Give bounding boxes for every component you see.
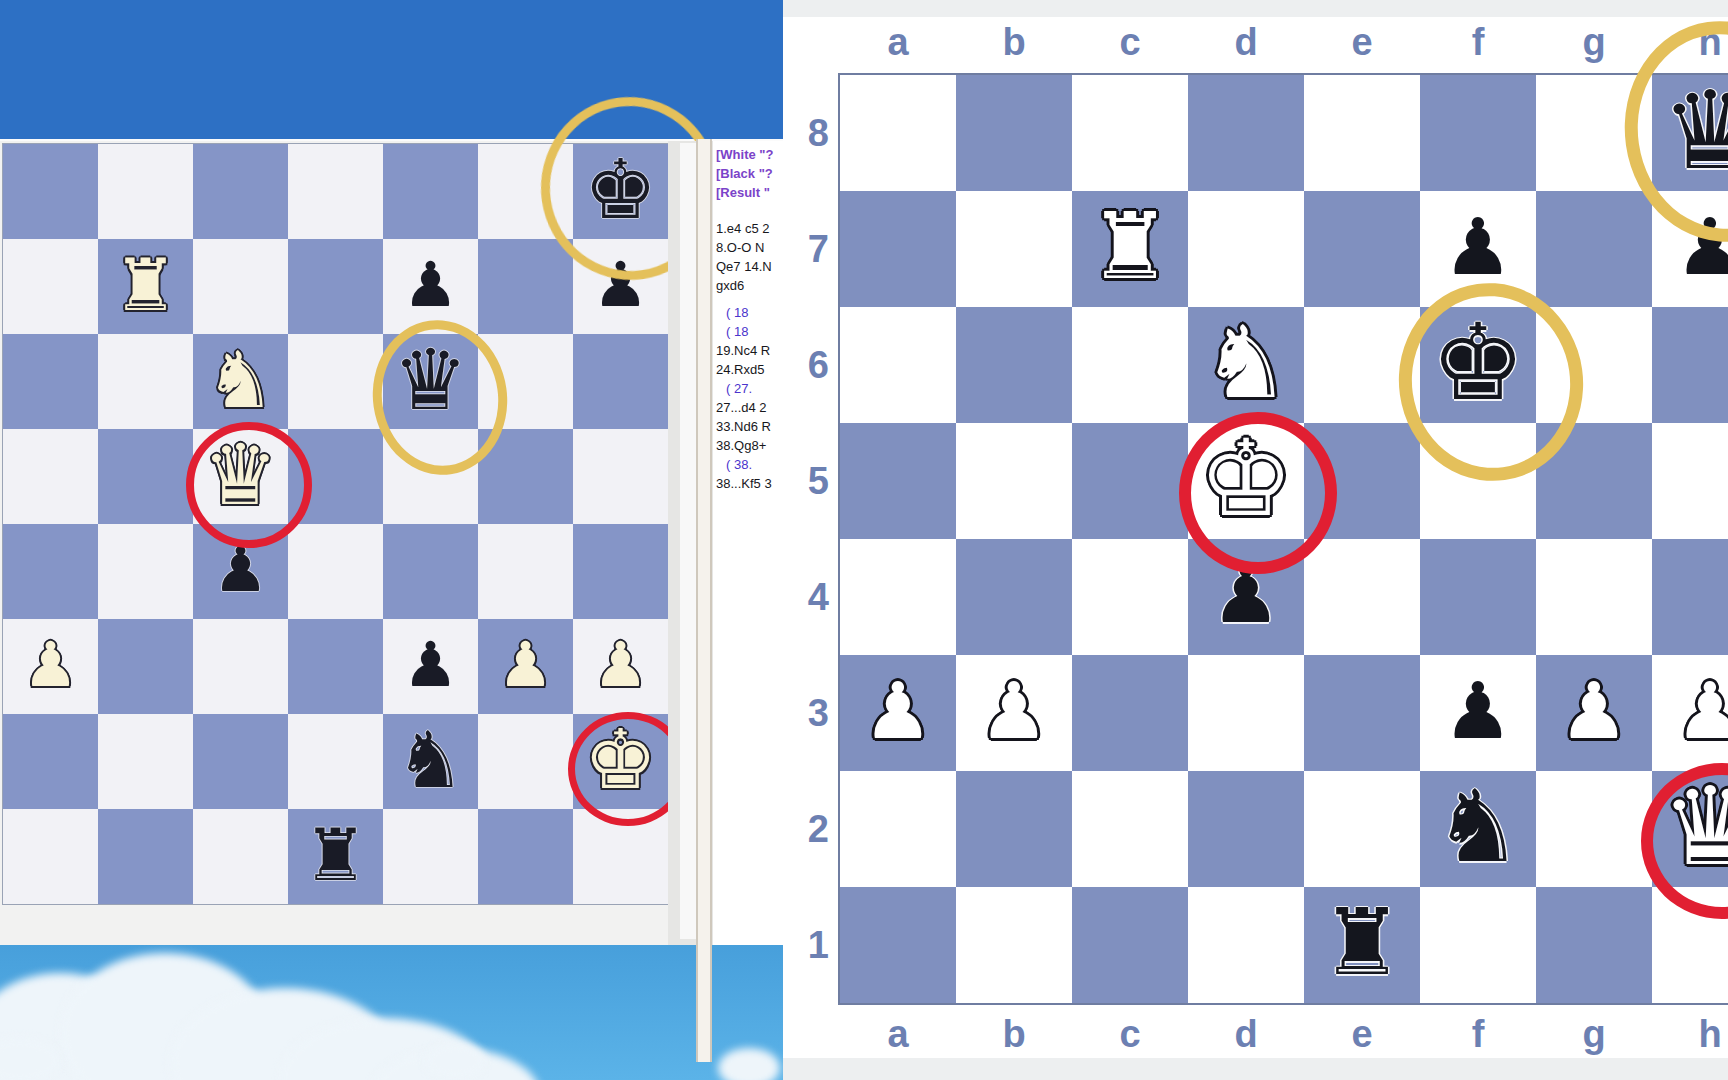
square-g4[interactable] <box>1536 539 1652 655</box>
square-c6[interactable] <box>98 334 193 429</box>
white-knight-glyph: ♞ <box>206 341 276 419</box>
white-pawn-glyph: ♟ <box>593 634 649 696</box>
square-f4[interactable] <box>1420 539 1536 655</box>
square-c2[interactable] <box>98 714 193 809</box>
square-c5[interactable] <box>1072 423 1188 539</box>
square-d2[interactable] <box>1188 771 1304 887</box>
piece-black-pawn-f3: ♟ <box>1420 655 1536 771</box>
file-label-c-bottom: c <box>1072 1008 1188 1060</box>
file-label-c-top: c <box>1072 16 1188 68</box>
square-g7[interactable] <box>478 239 573 334</box>
square-g2[interactable] <box>1536 771 1652 887</box>
file-label-d-top: d <box>1188 16 1304 68</box>
pgn-tag-1: [Black "? <box>713 164 783 183</box>
file-label-f-top: f <box>1420 16 1536 68</box>
square-c4[interactable] <box>1072 539 1188 655</box>
cloud-6 <box>425 1043 485 1079</box>
square-f4[interactable] <box>383 524 478 619</box>
square-c6[interactable] <box>1072 307 1188 423</box>
square-g1[interactable] <box>478 809 573 904</box>
rank-label-6: 6 <box>783 307 829 423</box>
square-e6[interactable] <box>288 334 383 429</box>
black-rook-glyph: ♜ <box>1321 897 1403 989</box>
move-line-11[interactable]: 38.Qg8+ <box>713 436 783 455</box>
piece-black-rook-e1: ♜ <box>288 809 383 904</box>
square-h5[interactable] <box>1652 423 1728 539</box>
square-f8[interactable] <box>1420 75 1536 191</box>
move-line-6[interactable]: 19.Nc4 R <box>713 341 783 360</box>
white-rook-glyph: ♜ <box>1089 201 1171 293</box>
square-c1[interactable] <box>98 809 193 904</box>
pgn-tag-0: [White "? <box>713 145 783 164</box>
file-label-f-bottom: f <box>1420 1008 1536 1060</box>
move-line-4[interactable]: ( 18 <box>713 303 783 322</box>
black-knight-glyph: ♞ <box>396 721 466 799</box>
square-g7[interactable] <box>1536 191 1652 307</box>
page-bottom-strip <box>783 1058 1728 1080</box>
diagram-page: abcdefgh 87654321 ♛♜♟♟♞♚♚♟♟♟♟♟♟♞♛♜ abcde… <box>783 0 1728 1080</box>
rank-label-1: 1 <box>783 887 829 1003</box>
piece-white-pawn-a3: ♟ <box>840 655 956 771</box>
video-panel: ♚♜♟♟♞♛♛♟♟♟♟♟♞♚♜ [White "?[Black "?[Resul… <box>0 0 783 1080</box>
square-f8[interactable] <box>383 144 478 239</box>
piece-white-pawn-h3: ♟ <box>1652 655 1728 771</box>
square-d8[interactable] <box>193 144 288 239</box>
screenshot-stage: ♚♜♟♟♞♛♛♟♟♟♟♟♞♚♜ [White "?[Black "?[Resul… <box>0 0 1728 1080</box>
white-pawn-glyph: ♟ <box>498 634 554 696</box>
square-c4[interactable] <box>98 524 193 619</box>
square-a6[interactable] <box>840 307 956 423</box>
file-label-d-bottom: d <box>1188 1008 1304 1060</box>
square-d7[interactable] <box>193 239 288 334</box>
black-pawn-glyph: ♟ <box>1443 672 1513 750</box>
square-b1[interactable] <box>956 887 1072 1003</box>
square-b8[interactable] <box>3 144 98 239</box>
move-line-5[interactable]: ( 18 <box>713 322 783 341</box>
square-a2[interactable] <box>840 771 956 887</box>
square-a8[interactable] <box>840 75 956 191</box>
chess-gui-window: ♚♜♟♟♞♛♛♟♟♟♟♟♞♚♜ [White "?[Black "?[Resul… <box>0 139 783 945</box>
square-f1[interactable] <box>1420 887 1536 1003</box>
piece-white-pawn-g3: ♟ <box>1536 655 1652 771</box>
square-h4[interactable] <box>1652 539 1728 655</box>
square-h4[interactable] <box>573 524 668 619</box>
square-c3[interactable] <box>1072 655 1188 771</box>
file-label-b-bottom: b <box>956 1008 1072 1060</box>
square-f1[interactable] <box>383 809 478 904</box>
piece-white-pawn-b3: ♟ <box>3 619 98 714</box>
piece-white-knight-d6: ♞ <box>193 334 288 429</box>
square-c3[interactable] <box>98 619 193 714</box>
square-a7[interactable] <box>840 191 956 307</box>
move-line-7[interactable]: 24.Rxd5 <box>713 360 783 379</box>
black-rook-glyph: ♜ <box>303 819 368 891</box>
ring-red-d5 <box>1179 412 1337 574</box>
square-h6[interactable] <box>573 334 668 429</box>
move-line-2[interactable]: Qe7 14.N <box>713 257 783 276</box>
square-d3[interactable] <box>193 619 288 714</box>
square-d1[interactable] <box>1188 887 1304 1003</box>
square-g4[interactable] <box>478 524 573 619</box>
left-chess-board[interactable]: ♚♜♟♟♞♛♛♟♟♟♟♟♞♚♜ <box>3 144 668 904</box>
square-b5[interactable] <box>3 429 98 524</box>
piece-black-knight-f2: ♞ <box>383 714 478 809</box>
sky-with-clouds <box>0 943 783 1080</box>
rank-label-2: 2 <box>783 771 829 887</box>
move-line-3[interactable]: gxd6 <box>713 276 783 295</box>
file-label-g-top: g <box>1536 16 1652 68</box>
file-label-h-bottom: h <box>1652 1008 1728 1060</box>
black-knight-glyph: ♞ <box>1433 777 1523 877</box>
window-edge-border <box>696 139 712 1062</box>
move-line-10[interactable]: 33.Nd6 R <box>713 417 783 436</box>
white-pawn-glyph: ♟ <box>863 672 933 750</box>
rank-label-3: 3 <box>783 655 829 771</box>
rank-label-5: 5 <box>783 423 829 539</box>
move-line-1[interactable]: 8.O-O N <box>713 238 783 257</box>
black-pawn-glyph: ♟ <box>403 634 459 696</box>
piece-white-pawn-g3: ♟ <box>478 619 573 714</box>
square-g1[interactable] <box>1536 887 1652 1003</box>
cloud-7 <box>718 1048 780 1080</box>
pgn-tag-2: [Result " <box>713 183 783 202</box>
file-label-a-top: a <box>840 16 956 68</box>
black-pawn-glyph: ♟ <box>403 254 459 316</box>
white-pawn-glyph: ♟ <box>23 634 79 696</box>
white-rook-glyph: ♜ <box>113 249 178 321</box>
square-a1[interactable] <box>840 887 956 1003</box>
square-e2[interactable] <box>288 714 383 809</box>
black-pawn-glyph: ♟ <box>1443 208 1513 286</box>
square-a5[interactable] <box>840 423 956 539</box>
piece-white-rook-c7: ♜ <box>1072 191 1188 307</box>
move-line-12[interactable]: ( 38. <box>713 455 783 474</box>
square-b7[interactable] <box>956 191 1072 307</box>
square-d1[interactable] <box>193 809 288 904</box>
square-c2[interactable] <box>1072 771 1188 887</box>
file-label-b-top: b <box>956 16 1072 68</box>
square-e4[interactable] <box>288 524 383 619</box>
square-e8[interactable] <box>288 144 383 239</box>
piece-black-knight-f2: ♞ <box>1420 771 1536 887</box>
ring-red-d5 <box>186 422 312 548</box>
piece-white-knight-d6: ♞ <box>1188 307 1304 423</box>
square-b7[interactable] <box>3 239 98 334</box>
square-e3[interactable] <box>1304 655 1420 771</box>
rank-label-4: 4 <box>783 539 829 655</box>
square-b2[interactable] <box>956 771 1072 887</box>
square-d2[interactable] <box>193 714 288 809</box>
move-line-8[interactable]: ( 27. <box>713 379 783 398</box>
white-pawn-glyph: ♟ <box>1559 672 1629 750</box>
file-label-g-bottom: g <box>1536 1008 1652 1060</box>
move-line-0[interactable]: 1.e4 c5 2 <box>713 219 783 238</box>
square-g2[interactable] <box>478 714 573 809</box>
square-c8[interactable] <box>98 144 193 239</box>
square-a4[interactable] <box>840 539 956 655</box>
square-d3[interactable] <box>1188 655 1304 771</box>
white-pawn-glyph: ♟ <box>979 672 1049 750</box>
square-e4[interactable] <box>1304 539 1420 655</box>
move-line-9[interactable]: 27...d4 2 <box>713 398 783 417</box>
square-e2[interactable] <box>1304 771 1420 887</box>
black-pawn-glyph: ♟ <box>213 539 269 601</box>
piece-white-rook-c7: ♜ <box>98 239 193 334</box>
page-top-strip <box>783 0 1728 17</box>
square-c1[interactable] <box>1072 887 1188 1003</box>
square-e3[interactable] <box>288 619 383 714</box>
file-label-e-bottom: e <box>1304 1008 1420 1060</box>
notation-panel[interactable]: [White "?[Black "?[Result "1.e4 c5 28.O-… <box>713 141 783 945</box>
square-e8[interactable] <box>1304 75 1420 191</box>
piece-white-pawn-b3: ♟ <box>956 655 1072 771</box>
file-label-a-bottom: a <box>840 1008 956 1060</box>
square-h5[interactable] <box>573 429 668 524</box>
piece-black-rook-e1: ♜ <box>1304 887 1420 1003</box>
square-d7[interactable] <box>1188 191 1304 307</box>
square-e7[interactable] <box>1304 191 1420 307</box>
square-b1[interactable] <box>3 809 98 904</box>
rank-label-7: 7 <box>783 191 829 307</box>
rank-label-8: 8 <box>783 75 829 191</box>
square-c5[interactable] <box>98 429 193 524</box>
move-line-13[interactable]: 38...Kf5 3 <box>713 474 783 493</box>
white-pawn-glyph: ♟ <box>1675 672 1728 750</box>
square-b5[interactable] <box>956 423 1072 539</box>
square-b6[interactable] <box>956 307 1072 423</box>
white-knight-glyph: ♞ <box>1201 313 1291 413</box>
square-b4[interactable] <box>956 539 1072 655</box>
square-b2[interactable] <box>3 714 98 809</box>
file-label-e-top: e <box>1304 16 1420 68</box>
piece-black-pawn-f3: ♟ <box>383 619 478 714</box>
right-chess-board[interactable]: ♛♜♟♟♞♚♚♟♟♟♟♟♟♞♛♜ <box>840 75 1728 1003</box>
square-b8[interactable] <box>956 75 1072 191</box>
square-h6[interactable] <box>1652 307 1728 423</box>
square-b4[interactable] <box>3 524 98 619</box>
square-d8[interactable] <box>1188 75 1304 191</box>
square-c8[interactable] <box>1072 75 1188 191</box>
square-e7[interactable] <box>288 239 383 334</box>
square-b6[interactable] <box>3 334 98 429</box>
piece-white-pawn-h3: ♟ <box>573 619 668 714</box>
